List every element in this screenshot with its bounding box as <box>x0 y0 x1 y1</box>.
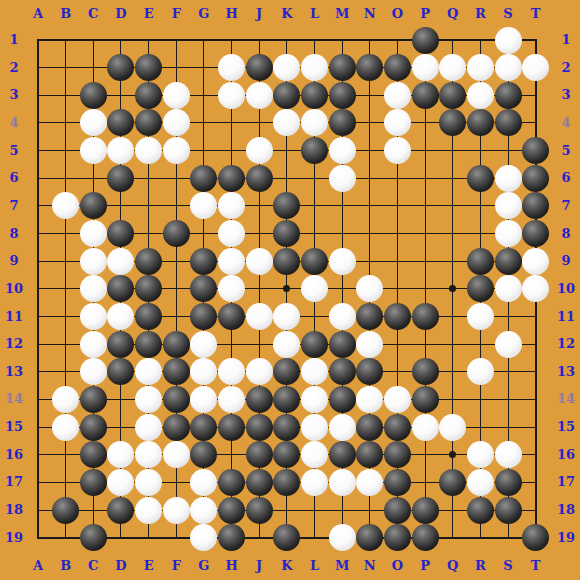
white-stone-M15[interactable] <box>329 414 356 441</box>
white-stone-O5[interactable] <box>384 137 411 164</box>
black-stone-G9[interactable] <box>190 248 217 275</box>
black-stone-C15[interactable] <box>80 414 107 441</box>
row-label-right-17: 17 <box>555 475 577 489</box>
white-stone-O3[interactable] <box>384 82 411 109</box>
black-stone-T7[interactable] <box>522 192 549 219</box>
row-label-left-2: 2 <box>3 61 25 75</box>
white-stone-T2[interactable] <box>522 54 549 81</box>
col-label-top-Q: Q <box>442 7 464 21</box>
black-stone-T5[interactable] <box>522 137 549 164</box>
go-board-app: AABBCCDDEEFFGGHHJJKKLLMMNNOOPPQQRRSSTT11… <box>0 0 580 580</box>
black-stone-J6[interactable] <box>246 165 273 192</box>
white-stone-H14[interactable] <box>218 386 245 413</box>
black-stone-M16[interactable] <box>329 441 356 468</box>
row-label-right-7: 7 <box>555 199 577 213</box>
col-label-bottom-S: S <box>497 559 519 573</box>
white-stone-C9[interactable] <box>80 248 107 275</box>
col-label-bottom-J: J <box>248 559 270 573</box>
white-stone-M9[interactable] <box>329 248 356 275</box>
col-label-top-S: S <box>497 7 519 21</box>
black-stone-O16[interactable] <box>384 441 411 468</box>
white-stone-S6[interactable] <box>495 165 522 192</box>
black-stone-F15[interactable] <box>163 414 190 441</box>
white-stone-C13[interactable] <box>80 358 107 385</box>
col-label-bottom-C: C <box>82 559 104 573</box>
black-stone-P1[interactable] <box>412 27 439 54</box>
col-label-bottom-K: K <box>276 559 298 573</box>
black-stone-S18[interactable] <box>495 497 522 524</box>
col-label-top-D: D <box>110 7 132 21</box>
white-stone-R17[interactable] <box>467 469 494 496</box>
col-label-top-T: T <box>525 7 547 21</box>
black-stone-N19[interactable] <box>356 524 383 551</box>
black-stone-L5[interactable] <box>301 137 328 164</box>
col-label-bottom-L: L <box>304 559 326 573</box>
row-label-left-8: 8 <box>3 227 25 241</box>
black-stone-G15[interactable] <box>190 414 217 441</box>
col-label-bottom-M: M <box>331 559 353 573</box>
black-stone-P11[interactable] <box>412 303 439 330</box>
row-label-left-4: 4 <box>3 116 25 130</box>
col-label-top-H: H <box>221 7 243 21</box>
white-stone-J13[interactable] <box>246 358 273 385</box>
black-stone-M14[interactable] <box>329 386 356 413</box>
white-stone-M6[interactable] <box>329 165 356 192</box>
white-stone-S1[interactable] <box>495 27 522 54</box>
white-stone-C10[interactable] <box>80 275 107 302</box>
white-stone-C12[interactable] <box>80 331 107 358</box>
black-stone-Q17[interactable] <box>439 469 466 496</box>
white-stone-R3[interactable] <box>467 82 494 109</box>
black-stone-P18[interactable] <box>412 497 439 524</box>
white-stone-E18[interactable] <box>135 497 162 524</box>
col-label-bottom-Q: Q <box>442 559 464 573</box>
black-stone-M4[interactable] <box>329 109 356 136</box>
col-label-top-M: M <box>331 7 353 21</box>
black-stone-M2[interactable] <box>329 54 356 81</box>
white-stone-E15[interactable] <box>135 414 162 441</box>
col-label-bottom-N: N <box>359 559 381 573</box>
col-label-bottom-G: G <box>193 559 215 573</box>
row-label-left-10: 10 <box>3 282 25 296</box>
col-label-top-E: E <box>138 7 160 21</box>
black-stone-F14[interactable] <box>163 386 190 413</box>
white-stone-J3[interactable] <box>246 82 273 109</box>
black-stone-Q3[interactable] <box>439 82 466 109</box>
col-label-bottom-B: B <box>55 559 77 573</box>
white-stone-T10[interactable] <box>522 275 549 302</box>
col-label-bottom-R: R <box>469 559 491 573</box>
white-stone-L15[interactable] <box>301 414 328 441</box>
row-label-right-9: 9 <box>555 254 577 268</box>
black-stone-J14[interactable] <box>246 386 273 413</box>
black-stone-H6[interactable] <box>218 165 245 192</box>
black-stone-M13[interactable] <box>329 358 356 385</box>
row-label-right-6: 6 <box>555 171 577 185</box>
black-stone-J15[interactable] <box>246 414 273 441</box>
black-stone-H17[interactable] <box>218 469 245 496</box>
row-label-left-1: 1 <box>3 33 25 47</box>
col-label-bottom-O: O <box>386 559 408 573</box>
black-stone-N15[interactable] <box>356 414 383 441</box>
white-stone-P15[interactable] <box>412 414 439 441</box>
white-stone-S2[interactable] <box>495 54 522 81</box>
white-stone-L17[interactable] <box>301 469 328 496</box>
black-stone-D18[interactable] <box>107 497 134 524</box>
black-stone-O18[interactable] <box>384 497 411 524</box>
black-stone-E11[interactable] <box>135 303 162 330</box>
white-stone-B14[interactable] <box>52 386 79 413</box>
white-stone-E14[interactable] <box>135 386 162 413</box>
black-stone-D6[interactable] <box>107 165 134 192</box>
white-stone-S12[interactable] <box>495 331 522 358</box>
white-stone-F3[interactable] <box>163 82 190 109</box>
col-label-top-R: R <box>469 7 491 21</box>
white-stone-S7[interactable] <box>495 192 522 219</box>
row-label-right-15: 15 <box>555 420 577 434</box>
white-stone-L14[interactable] <box>301 386 328 413</box>
white-stone-D9[interactable] <box>107 248 134 275</box>
black-stone-R9[interactable] <box>467 248 494 275</box>
row-label-left-9: 9 <box>3 254 25 268</box>
black-stone-H15[interactable] <box>218 414 245 441</box>
black-stone-T19[interactable] <box>522 524 549 551</box>
white-stone-R2[interactable] <box>467 54 494 81</box>
black-stone-F12[interactable] <box>163 331 190 358</box>
black-stone-F13[interactable] <box>163 358 190 385</box>
black-stone-P19[interactable] <box>412 524 439 551</box>
row-label-right-1: 1 <box>555 33 577 47</box>
black-stone-D12[interactable] <box>107 331 134 358</box>
white-stone-G19[interactable] <box>190 524 217 551</box>
row-label-right-13: 13 <box>555 365 577 379</box>
white-stone-H8[interactable] <box>218 220 245 247</box>
col-label-bottom-A: A <box>27 559 49 573</box>
white-stone-S16[interactable] <box>495 441 522 468</box>
black-stone-C7[interactable] <box>80 192 107 219</box>
row-label-right-4: 4 <box>555 116 577 130</box>
black-stone-G6[interactable] <box>190 165 217 192</box>
white-stone-F5[interactable] <box>163 137 190 164</box>
black-stone-H19[interactable] <box>218 524 245 551</box>
black-stone-L9[interactable] <box>301 248 328 275</box>
black-stone-R6[interactable] <box>467 165 494 192</box>
row-label-right-3: 3 <box>555 88 577 102</box>
black-stone-L3[interactable] <box>301 82 328 109</box>
black-stone-P3[interactable] <box>412 82 439 109</box>
white-stone-H2[interactable] <box>218 54 245 81</box>
black-stone-K3[interactable] <box>273 82 300 109</box>
white-stone-E17[interactable] <box>135 469 162 496</box>
black-stone-E12[interactable] <box>135 331 162 358</box>
col-label-top-F: F <box>165 7 187 21</box>
black-stone-J16[interactable] <box>246 441 273 468</box>
col-label-top-N: N <box>359 7 381 21</box>
white-stone-F18[interactable] <box>163 497 190 524</box>
white-stone-M11[interactable] <box>329 303 356 330</box>
black-stone-O15[interactable] <box>384 414 411 441</box>
white-stone-F16[interactable] <box>163 441 190 468</box>
row-label-left-14: 14 <box>3 392 25 406</box>
black-stone-S3[interactable] <box>495 82 522 109</box>
white-stone-R16[interactable] <box>467 441 494 468</box>
row-label-right-19: 19 <box>555 531 577 545</box>
black-stone-H11[interactable] <box>218 303 245 330</box>
row-label-left-18: 18 <box>3 503 25 517</box>
black-stone-M3[interactable] <box>329 82 356 109</box>
black-stone-C16[interactable] <box>80 441 107 468</box>
black-stone-J2[interactable] <box>246 54 273 81</box>
black-stone-K15[interactable] <box>273 414 300 441</box>
row-label-left-7: 7 <box>3 199 25 213</box>
col-label-top-A: A <box>27 7 49 21</box>
row-label-right-16: 16 <box>555 448 577 462</box>
black-stone-S9[interactable] <box>495 248 522 275</box>
col-label-bottom-D: D <box>110 559 132 573</box>
white-stone-C5[interactable] <box>80 137 107 164</box>
row-label-left-5: 5 <box>3 144 25 158</box>
black-stone-O11[interactable] <box>384 303 411 330</box>
white-stone-C11[interactable] <box>80 303 107 330</box>
row-label-right-10: 10 <box>555 282 577 296</box>
white-stone-H9[interactable] <box>218 248 245 275</box>
row-label-left-12: 12 <box>3 337 25 351</box>
black-stone-M12[interactable] <box>329 331 356 358</box>
row-label-right-5: 5 <box>555 144 577 158</box>
row-label-right-11: 11 <box>555 310 577 324</box>
white-stone-G18[interactable] <box>190 497 217 524</box>
col-label-top-B: B <box>55 7 77 21</box>
white-stone-F4[interactable] <box>163 109 190 136</box>
white-stone-B15[interactable] <box>52 414 79 441</box>
white-stone-O14[interactable] <box>384 386 411 413</box>
row-label-left-17: 17 <box>3 475 25 489</box>
black-stone-P14[interactable] <box>412 386 439 413</box>
col-label-bottom-H: H <box>221 559 243 573</box>
col-label-top-P: P <box>414 7 436 21</box>
white-stone-J11[interactable] <box>246 303 273 330</box>
black-stone-T8[interactable] <box>522 220 549 247</box>
col-label-top-K: K <box>276 7 298 21</box>
white-stone-N17[interactable] <box>356 469 383 496</box>
black-stone-E9[interactable] <box>135 248 162 275</box>
black-stone-F8[interactable] <box>163 220 190 247</box>
col-label-bottom-F: F <box>165 559 187 573</box>
black-stone-J18[interactable] <box>246 497 273 524</box>
white-stone-S8[interactable] <box>495 220 522 247</box>
col-label-top-J: J <box>248 7 270 21</box>
black-stone-E3[interactable] <box>135 82 162 109</box>
row-label-right-18: 18 <box>555 503 577 517</box>
white-stone-T9[interactable] <box>522 248 549 275</box>
row-label-right-8: 8 <box>555 227 577 241</box>
col-label-bottom-E: E <box>138 559 160 573</box>
col-label-top-O: O <box>386 7 408 21</box>
black-stone-R18[interactable] <box>467 497 494 524</box>
col-label-top-L: L <box>304 7 326 21</box>
black-stone-O19[interactable] <box>384 524 411 551</box>
white-stone-M5[interactable] <box>329 137 356 164</box>
black-stone-K9[interactable] <box>273 248 300 275</box>
black-stone-T6[interactable] <box>522 165 549 192</box>
white-stone-S10[interactable] <box>495 275 522 302</box>
white-stone-N12[interactable] <box>356 331 383 358</box>
white-stone-J9[interactable] <box>246 248 273 275</box>
black-stone-H18[interactable] <box>218 497 245 524</box>
row-label-left-19: 19 <box>3 531 25 545</box>
row-label-left-11: 11 <box>3 310 25 324</box>
white-stone-M17[interactable] <box>329 469 356 496</box>
black-stone-C3[interactable] <box>80 82 107 109</box>
white-stone-Q15[interactable] <box>439 414 466 441</box>
row-label-left-3: 3 <box>3 88 25 102</box>
white-stone-E5[interactable] <box>135 137 162 164</box>
row-label-right-14: 14 <box>555 392 577 406</box>
black-stone-K19[interactable] <box>273 524 300 551</box>
black-stone-O17[interactable] <box>384 469 411 496</box>
white-stone-M19[interactable] <box>329 524 356 551</box>
row-label-right-12: 12 <box>555 337 577 351</box>
white-stone-K12[interactable] <box>273 331 300 358</box>
black-stone-L12[interactable] <box>301 331 328 358</box>
white-stone-G12[interactable] <box>190 331 217 358</box>
black-stone-C17[interactable] <box>80 469 107 496</box>
col-label-bottom-T: T <box>525 559 547 573</box>
row-label-right-2: 2 <box>555 61 577 75</box>
row-label-left-15: 15 <box>3 420 25 434</box>
white-stone-H3[interactable] <box>218 82 245 109</box>
col-label-bottom-P: P <box>414 559 436 573</box>
black-stone-J17[interactable] <box>246 469 273 496</box>
black-stone-S17[interactable] <box>495 469 522 496</box>
col-label-top-G: G <box>193 7 215 21</box>
row-label-left-6: 6 <box>3 171 25 185</box>
col-label-top-C: C <box>82 7 104 21</box>
white-stone-P2[interactable] <box>412 54 439 81</box>
white-stone-J5[interactable] <box>246 137 273 164</box>
black-stone-C14[interactable] <box>80 386 107 413</box>
row-label-left-16: 16 <box>3 448 25 462</box>
white-stone-R11[interactable] <box>467 303 494 330</box>
white-stone-L2[interactable] <box>301 54 328 81</box>
row-label-left-13: 13 <box>3 365 25 379</box>
white-stone-C8[interactable] <box>80 220 107 247</box>
black-stone-B18[interactable] <box>52 497 79 524</box>
black-stone-O2[interactable] <box>384 54 411 81</box>
black-stone-S4[interactable] <box>495 109 522 136</box>
black-stone-P13[interactable] <box>412 358 439 385</box>
black-stone-C19[interactable] <box>80 524 107 551</box>
white-stone-R13[interactable] <box>467 358 494 385</box>
